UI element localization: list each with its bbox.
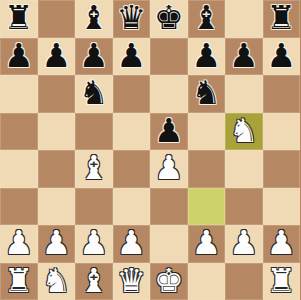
black-pawn-icon[interactable]: ♟ [116, 39, 146, 72]
square-d5[interactable] [113, 113, 151, 151]
square-e7[interactable] [150, 38, 188, 76]
square-g4[interactable] [225, 150, 263, 188]
square-e2[interactable] [150, 225, 188, 263]
square-c7[interactable]: ♟ [75, 38, 113, 76]
white-rook-icon[interactable]: ♜ [266, 264, 296, 297]
black-bishop-icon[interactable]: ♝ [79, 1, 109, 34]
white-pawn-icon[interactable]: ♟ [116, 226, 146, 259]
square-b6[interactable] [38, 75, 76, 113]
square-h1[interactable]: ♜ [263, 263, 301, 300]
white-bishop-icon[interactable]: ♝ [79, 264, 109, 297]
square-f1[interactable] [188, 263, 226, 300]
square-e8[interactable]: ♚ [150, 0, 188, 38]
square-b1[interactable]: ♞ [38, 263, 76, 300]
square-b3[interactable] [38, 188, 76, 226]
white-pawn-icon[interactable]: ♟ [154, 151, 184, 184]
square-h7[interactable]: ♟ [263, 38, 301, 76]
square-a8[interactable]: ♜ [0, 0, 38, 38]
square-f6[interactable]: ♞ [188, 75, 226, 113]
square-g7[interactable]: ♟ [225, 38, 263, 76]
black-pawn-icon[interactable]: ♟ [154, 114, 184, 147]
square-b2[interactable]: ♟ [38, 225, 76, 263]
white-pawn-icon[interactable]: ♟ [266, 226, 296, 259]
square-b7[interactable]: ♟ [38, 38, 76, 76]
square-h4[interactable] [263, 150, 301, 188]
black-rook-icon[interactable]: ♜ [4, 1, 34, 34]
black-pawn-icon[interactable]: ♟ [41, 39, 71, 72]
square-f4[interactable] [188, 150, 226, 188]
square-e1[interactable]: ♚ [150, 263, 188, 300]
white-king-icon[interactable]: ♚ [154, 264, 184, 297]
square-f3[interactable] [188, 188, 226, 226]
white-knight-icon[interactable]: ♞ [41, 264, 71, 297]
square-b5[interactable] [38, 113, 76, 151]
white-pawn-icon[interactable]: ♟ [79, 226, 109, 259]
square-d4[interactable] [113, 150, 151, 188]
black-knight-icon[interactable]: ♞ [79, 76, 109, 109]
black-rook-icon[interactable]: ♜ [266, 1, 296, 34]
square-f8[interactable]: ♝ [188, 0, 226, 38]
square-a2[interactable]: ♟ [0, 225, 38, 263]
square-d1[interactable]: ♛ [113, 263, 151, 300]
white-bishop-icon[interactable]: ♝ [79, 151, 109, 184]
black-pawn-icon[interactable]: ♟ [266, 39, 296, 72]
white-pawn-icon[interactable]: ♟ [41, 226, 71, 259]
square-h5[interactable] [263, 113, 301, 151]
square-g5[interactable]: ♞ [225, 113, 263, 151]
square-a4[interactable] [0, 150, 38, 188]
white-knight-icon[interactable]: ♞ [229, 114, 259, 147]
square-e6[interactable] [150, 75, 188, 113]
square-d3[interactable] [113, 188, 151, 226]
square-c4[interactable]: ♝ [75, 150, 113, 188]
square-g3[interactable] [225, 188, 263, 226]
square-h2[interactable]: ♟ [263, 225, 301, 263]
white-queen-icon[interactable]: ♛ [116, 264, 146, 297]
square-h8[interactable]: ♜ [263, 0, 301, 38]
square-c5[interactable] [75, 113, 113, 151]
square-f5[interactable] [188, 113, 226, 151]
square-h6[interactable] [263, 75, 301, 113]
black-pawn-icon[interactable]: ♟ [79, 39, 109, 72]
square-b8[interactable] [38, 0, 76, 38]
white-pawn-icon[interactable]: ♟ [229, 226, 259, 259]
square-d8[interactable]: ♛ [113, 0, 151, 38]
square-d6[interactable] [113, 75, 151, 113]
square-e3[interactable] [150, 188, 188, 226]
square-b4[interactable] [38, 150, 76, 188]
black-pawn-icon[interactable]: ♟ [4, 39, 34, 72]
black-bishop-icon[interactable]: ♝ [191, 1, 221, 34]
square-a1[interactable]: ♜ [0, 263, 38, 300]
square-g1[interactable] [225, 263, 263, 300]
white-rook-icon[interactable]: ♜ [4, 264, 34, 297]
chess-board: ♜♝♛♚♝♜♟♟♟♟♟♟♟♞♞♟♞♝♟♟♟♟♟♟♟♟♜♞♝♛♚♜ [0, 0, 300, 300]
square-h3[interactable] [263, 188, 301, 226]
black-king-icon[interactable]: ♚ [154, 1, 184, 34]
square-f2[interactable]: ♟ [188, 225, 226, 263]
black-pawn-icon[interactable]: ♟ [191, 39, 221, 72]
square-g2[interactable]: ♟ [225, 225, 263, 263]
square-d7[interactable]: ♟ [113, 38, 151, 76]
square-e5[interactable]: ♟ [150, 113, 188, 151]
square-e4[interactable]: ♟ [150, 150, 188, 188]
square-a5[interactable] [0, 113, 38, 151]
square-d2[interactable]: ♟ [113, 225, 151, 263]
white-pawn-icon[interactable]: ♟ [191, 226, 221, 259]
square-c8[interactable]: ♝ [75, 0, 113, 38]
square-c6[interactable]: ♞ [75, 75, 113, 113]
square-c1[interactable]: ♝ [75, 263, 113, 300]
square-c3[interactable] [75, 188, 113, 226]
white-pawn-icon[interactable]: ♟ [4, 226, 34, 259]
square-a7[interactable]: ♟ [0, 38, 38, 76]
black-knight-icon[interactable]: ♞ [191, 76, 221, 109]
square-g6[interactable] [225, 75, 263, 113]
black-pawn-icon[interactable]: ♟ [229, 39, 259, 72]
square-a6[interactable] [0, 75, 38, 113]
square-f7[interactable]: ♟ [188, 38, 226, 76]
square-c2[interactable]: ♟ [75, 225, 113, 263]
black-queen-icon[interactable]: ♛ [116, 1, 146, 34]
square-a3[interactable] [0, 188, 38, 226]
square-g8[interactable] [225, 0, 263, 38]
